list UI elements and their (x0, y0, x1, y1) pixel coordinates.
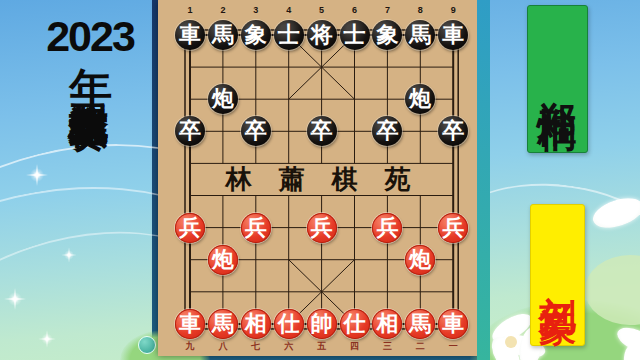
xiangqi-board[interactable]: 123456789 林蕭棋苑 車馬象士将士象馬車炮炮卒卒卒卒卒兵兵兵兵兵炮炮車馬… (158, 0, 478, 356)
flower-center (505, 336, 517, 348)
file-label-bottom: 二 (411, 340, 429, 353)
flower-petal (614, 323, 640, 358)
file-label-bottom: 一 (444, 340, 462, 353)
piece-black-soldier[interactable]: 卒 (372, 116, 402, 146)
file-label-bottom: 三 (378, 340, 396, 353)
piece-red-chariot[interactable]: 車 (175, 309, 205, 339)
file-label-top: 4 (280, 5, 298, 15)
file-label-bottom: 七 (247, 340, 265, 353)
flower-petal (589, 193, 640, 234)
piece-black-general[interactable]: 将 (307, 20, 337, 50)
piece-black-cannon[interactable]: 炮 (405, 84, 435, 114)
piece-black-horse[interactable]: 馬 (208, 20, 238, 50)
piece-black-elephant[interactable]: 象 (241, 20, 271, 50)
file-label-bottom: 六 (280, 340, 298, 353)
piece-black-elephant[interactable]: 象 (372, 20, 402, 50)
piece-red-soldier[interactable]: 兵 (372, 213, 402, 243)
file-label-top: 5 (313, 5, 331, 15)
file-label-top: 9 (444, 5, 462, 15)
file-label-bottom: 五 (313, 340, 331, 353)
piece-red-advisor[interactable]: 仕 (274, 309, 304, 339)
piece-black-soldier[interactable]: 卒 (175, 116, 205, 146)
piece-black-advisor[interactable]: 士 (274, 20, 304, 50)
piece-red-cannon[interactable]: 炮 (405, 245, 435, 275)
flower-petal (622, 343, 640, 360)
file-label-top: 1 (181, 5, 199, 15)
event-title-vertical: 杭州亚运会象棋赛 (68, 70, 110, 360)
file-label-top: 8 (411, 5, 429, 15)
piece-red-soldier[interactable]: 兵 (241, 213, 271, 243)
piece-black-chariot[interactable]: 車 (175, 20, 205, 50)
piece-black-soldier[interactable]: 卒 (438, 116, 468, 146)
file-label-bottom: 四 (346, 340, 364, 353)
file-label-top: 3 (247, 5, 265, 15)
piece-red-cannon[interactable]: 炮 (208, 245, 238, 275)
piece-red-horse[interactable]: 馬 (208, 309, 238, 339)
piece-black-chariot[interactable]: 車 (438, 20, 468, 50)
file-label-top: 2 (214, 5, 232, 15)
piece-black-cannon[interactable]: 炮 (208, 84, 238, 114)
sparkle-icon (30, 168, 44, 182)
piece-black-soldier[interactable]: 卒 (307, 116, 337, 146)
player-black-name: 郑惟桐 (538, 70, 577, 88)
flower-petal (486, 332, 526, 360)
player-red-name-box: 刘亿豪 (530, 204, 585, 346)
file-label-bottom: 八 (214, 340, 232, 353)
file-label-bottom: 九 (181, 340, 199, 353)
piece-red-soldier[interactable]: 兵 (307, 213, 337, 243)
piece-black-advisor[interactable]: 士 (340, 20, 370, 50)
berry-dot (138, 336, 156, 354)
video-frame: 2023年 杭州亚运会象棋赛 123456789 林蕭棋苑 車馬象士将士象馬車炮… (0, 0, 640, 360)
piece-red-general[interactable]: 帥 (307, 309, 337, 339)
file-label-top: 7 (378, 5, 396, 15)
sparkle-icon (8, 292, 22, 306)
piece-black-horse[interactable]: 馬 (405, 20, 435, 50)
sparkle-icon (41, 333, 52, 344)
flower-petal (488, 308, 536, 347)
piece-black-soldier[interactable]: 卒 (241, 116, 271, 146)
piece-red-elephant[interactable]: 相 (241, 309, 271, 339)
piece-red-elephant[interactable]: 相 (372, 309, 402, 339)
board-edge-strip (477, 0, 490, 360)
piece-red-chariot[interactable]: 車 (438, 309, 468, 339)
player-red-name: 刘亿豪 (539, 266, 576, 284)
piece-red-advisor[interactable]: 仕 (340, 309, 370, 339)
piece-red-soldier[interactable]: 兵 (438, 213, 468, 243)
piece-red-horse[interactable]: 馬 (405, 309, 435, 339)
file-label-top: 6 (346, 5, 364, 15)
leaf (585, 255, 640, 325)
river-text: 林蕭棋苑 (158, 164, 478, 195)
player-black-name-box: 郑惟桐 (527, 5, 588, 153)
piece-red-soldier[interactable]: 兵 (175, 213, 205, 243)
